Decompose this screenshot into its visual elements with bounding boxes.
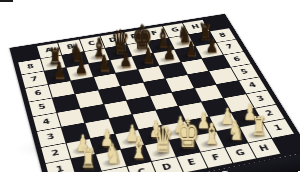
square-d1: ♛	[145, 141, 175, 161]
square-b7: ♟	[67, 64, 93, 80]
piece-white-rook: ♜	[251, 114, 266, 140]
square-b4	[80, 104, 108, 122]
square-b6	[71, 77, 97, 94]
square-b1: ♞	[96, 150, 126, 170]
file-label-h: H	[248, 138, 279, 158]
piece-white-queen: ♛	[152, 122, 173, 158]
piece-black-pawn: ♟	[142, 46, 154, 66]
board-frame: ABCDEFGH8♜♞♝♛♚♝♞♜87♟♟♟♟♟♟♟♟7665544332♟♟♟…	[9, 14, 300, 172]
piece-white-king: ♚	[176, 115, 199, 153]
square-a7: ♟	[44, 68, 70, 84]
piece-white-knight: ♞	[105, 139, 122, 167]
piece-black-pawn: ♟	[185, 39, 197, 59]
piece-white-bishop: ♝	[129, 133, 147, 163]
rank-label-5: 5	[29, 98, 56, 116]
piece-white-rook: ♜	[80, 145, 96, 172]
photo-stage: ABCDEFGH8♜♞♝♛♚♝♞♜87♟♟♟♟♟♟♟♟7665544332♟♟♟…	[0, 0, 300, 172]
square-a1: ♜	[71, 155, 100, 172]
piece-white-knight: ♞	[227, 117, 243, 144]
clasp-icon	[218, 170, 228, 172]
square-c1: ♝	[121, 145, 151, 165]
piece-black-pawn: ♟	[75, 57, 87, 78]
piece-black-pawn: ♟	[98, 53, 110, 74]
photo-artifact	[0, 0, 13, 2]
square-c5	[99, 87, 126, 104]
piece-black-pawn: ♟	[163, 43, 175, 63]
piece-black-pawn: ♟	[120, 50, 132, 71]
board-3d-scene: ABCDEFGH8♜♞♝♛♚♝♞♜87♟♟♟♟♟♟♟♟7665544332♟♟♟…	[9, 14, 300, 172]
board-grid: ABCDEFGH8♜♞♝♛♚♝♞♜87♟♟♟♟♟♟♟♟7665544332♟♟♟…	[15, 17, 300, 172]
piece-black-pawn: ♟	[206, 36, 218, 56]
piece-black-pawn: ♟	[53, 61, 66, 82]
piece-white-bishop: ♝	[203, 119, 220, 148]
